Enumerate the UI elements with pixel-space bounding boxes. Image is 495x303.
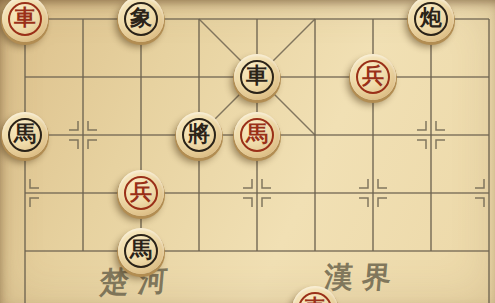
piece-character: 車	[14, 7, 36, 29]
piece-ring: 兵	[124, 176, 158, 210]
piece-character: 炮	[420, 7, 442, 29]
piece-ring: 馬	[8, 118, 42, 152]
piece-character: 馬	[246, 123, 268, 145]
river-label-han-jie: 漢界	[323, 263, 402, 292]
piece-character: 馬	[130, 239, 152, 261]
piece-ring: 車	[298, 292, 332, 303]
piece-red-horse[interactable]: 馬	[234, 112, 280, 158]
piece-character: 兵	[362, 65, 384, 87]
piece-ring: 將	[182, 118, 216, 152]
piece-ring: 車	[8, 2, 42, 36]
piece-character: 車	[246, 65, 268, 87]
piece-character: 象	[130, 7, 152, 29]
piece-character: 兵	[130, 181, 152, 203]
piece-ring: 車	[240, 60, 274, 94]
piece-character: 馬	[14, 123, 36, 145]
xiangqi-board[interactable]: 楚河 漢界 車象炮車兵馬將馬兵馬車	[0, 0, 495, 303]
piece-character: 將	[188, 123, 210, 145]
piece-ring: 炮	[414, 2, 448, 36]
piece-black-horse[interactable]: 馬	[2, 112, 48, 158]
piece-red-soldier[interactable]: 兵	[118, 170, 164, 216]
piece-black-chariot[interactable]: 車	[234, 54, 280, 100]
piece-red-soldier[interactable]: 兵	[350, 54, 396, 100]
piece-black-horse[interactable]: 馬	[118, 228, 164, 274]
piece-ring: 象	[124, 2, 158, 36]
piece-character: 車	[304, 297, 326, 303]
piece-ring: 兵	[356, 60, 390, 94]
piece-ring: 馬	[124, 234, 158, 268]
piece-black-general[interactable]: 將	[176, 112, 222, 158]
piece-ring: 馬	[240, 118, 274, 152]
